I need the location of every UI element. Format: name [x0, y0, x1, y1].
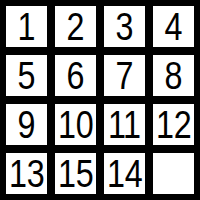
tile-10[interactable]: 10 — [55, 104, 96, 145]
tile-number: 12 — [156, 106, 191, 144]
tile-number: 7 — [116, 57, 134, 95]
tile-9[interactable]: 9 — [6, 104, 47, 145]
tile-3[interactable]: 3 — [104, 6, 145, 47]
tile-12[interactable]: 12 — [153, 104, 194, 145]
tile-number: 6 — [67, 57, 85, 95]
tile-8[interactable]: 8 — [153, 55, 194, 96]
tile-11[interactable]: 11 — [104, 104, 145, 145]
tile-number: 4 — [165, 8, 183, 46]
tile-1[interactable]: 1 — [6, 6, 47, 47]
tile-number: 10 — [58, 106, 93, 144]
tile-number: 15 — [58, 155, 93, 193]
tile-5[interactable]: 5 — [6, 55, 47, 96]
tile-number: 13 — [9, 155, 44, 193]
tile-number: 8 — [165, 57, 183, 95]
tile-number: 1 — [18, 8, 36, 46]
tile-2[interactable]: 2 — [55, 6, 96, 47]
tile-14[interactable]: 14 — [104, 153, 145, 194]
empty-cell — [153, 153, 194, 194]
tile-13[interactable]: 13 — [6, 153, 47, 194]
tile-15[interactable]: 15 — [55, 153, 96, 194]
tile-4[interactable]: 4 — [153, 6, 194, 47]
tile-number: 3 — [116, 8, 134, 46]
tile-number: 2 — [67, 8, 85, 46]
tile-number: 5 — [18, 57, 36, 95]
tile-number: 9 — [18, 106, 36, 144]
tile-7[interactable]: 7 — [104, 55, 145, 96]
tile-number: 14 — [107, 155, 142, 193]
tile-number: 11 — [108, 106, 141, 144]
puzzle-board: 123456789101112131514 — [0, 0, 200, 200]
tile-6[interactable]: 6 — [55, 55, 96, 96]
